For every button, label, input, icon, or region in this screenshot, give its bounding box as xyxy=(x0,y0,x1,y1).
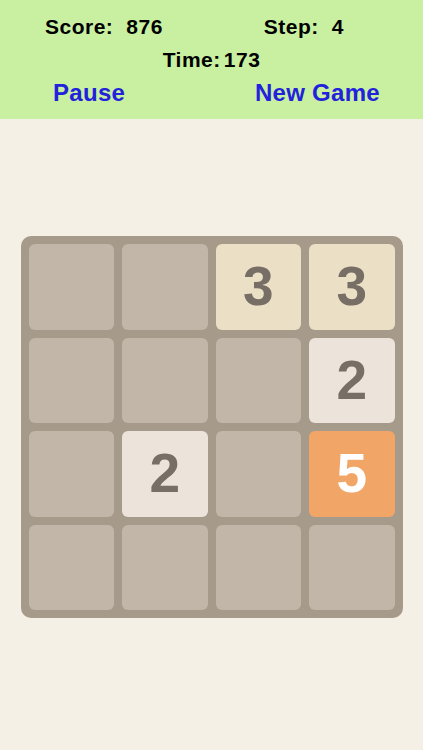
empty-cell-r4c4 xyxy=(309,525,395,611)
empty-cell-r3c1 xyxy=(29,431,115,517)
tile-2-r3c2: 2 xyxy=(122,431,208,517)
time-value: 173 xyxy=(224,47,261,73)
pause-button[interactable]: Pause xyxy=(53,79,125,107)
step-value: 4 xyxy=(332,14,344,40)
app-screen: Score: 876 Step: 4 Time: 173 Pause New G… xyxy=(0,0,423,750)
board-area: 33225 xyxy=(0,119,423,618)
hud-button-row: Pause New Game xyxy=(0,79,423,107)
tile-3-r1c3: 3 xyxy=(216,244,302,330)
empty-cell-r1c2 xyxy=(122,244,208,330)
score-stat: Score: 876 xyxy=(45,14,163,40)
empty-cell-r4c3 xyxy=(216,525,302,611)
empty-cell-r2c2 xyxy=(122,338,208,424)
score-value: 876 xyxy=(126,14,163,40)
step-stat: Step: 4 xyxy=(264,14,344,40)
time-label: Time: xyxy=(163,47,221,73)
empty-cell-r1c1 xyxy=(29,244,115,330)
hud-top-row: Score: 876 Step: 4 xyxy=(0,14,423,40)
tile-2-r2c4: 2 xyxy=(309,338,395,424)
time-stat: Time: 173 xyxy=(163,47,261,73)
empty-cell-r2c3 xyxy=(216,338,302,424)
hud: Score: 876 Step: 4 Time: 173 Pause New G… xyxy=(0,0,423,119)
empty-cell-r4c2 xyxy=(122,525,208,611)
step-label: Step: xyxy=(264,14,319,40)
tile-3-r1c4: 3 xyxy=(309,244,395,330)
tile-5-r3c4: 5 xyxy=(309,431,395,517)
empty-cell-r4c1 xyxy=(29,525,115,611)
score-label: Score: xyxy=(45,14,113,40)
new-game-button[interactable]: New Game xyxy=(255,79,380,107)
game-board[interactable]: 33225 xyxy=(21,236,403,618)
empty-cell-r3c3 xyxy=(216,431,302,517)
empty-cell-r2c1 xyxy=(29,338,115,424)
hud-time-row: Time: 173 xyxy=(0,47,423,73)
